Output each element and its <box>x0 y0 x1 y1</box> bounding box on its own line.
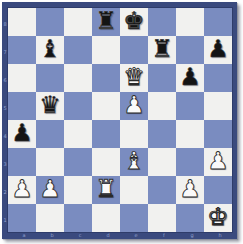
white-bishop-e3: ♝ <box>120 148 148 176</box>
square-f6 <box>148 64 176 92</box>
square-e7 <box>120 36 148 64</box>
square-h6 <box>204 64 232 92</box>
square-a4: ♟ <box>8 120 36 148</box>
square-e2 <box>120 176 148 204</box>
black-king-e8: ♚ <box>120 8 148 36</box>
square-e4 <box>120 120 148 148</box>
square-b2: ♟ <box>36 176 64 204</box>
square-f7: ♜ <box>148 36 176 64</box>
file-labels: abcdefgh <box>10 232 234 239</box>
black-pawn-h7: ♟ <box>204 36 232 64</box>
file-label-f: f <box>150 232 178 239</box>
square-d1 <box>92 204 120 232</box>
file-label-a: a <box>10 232 38 239</box>
square-d5 <box>92 92 120 120</box>
square-e1 <box>120 204 148 232</box>
square-c1 <box>64 204 92 232</box>
file-label-h: h <box>206 232 234 239</box>
black-pawn-a4: ♟ <box>8 120 36 148</box>
square-f4 <box>148 120 176 148</box>
square-c4 <box>64 120 92 148</box>
framed-chess-diagram: 87654321 abcdefgh ♜♚♝♜♟♛♟♛♟♟♝♟♟♟♜♟♚ <box>0 0 243 244</box>
square-a1 <box>8 204 36 232</box>
square-c7 <box>64 36 92 64</box>
square-b3 <box>36 148 64 176</box>
square-d3 <box>92 148 120 176</box>
file-label-b: b <box>38 232 66 239</box>
square-g4 <box>176 120 204 148</box>
white-pawn-e5: ♟ <box>120 92 148 120</box>
square-d2: ♜ <box>92 176 120 204</box>
square-c3 <box>64 148 92 176</box>
file-label-e: e <box>122 232 150 239</box>
square-g2: ♟ <box>176 176 204 204</box>
square-e5: ♟ <box>120 92 148 120</box>
square-h1: ♚ <box>204 204 232 232</box>
square-b4 <box>36 120 64 148</box>
square-b1 <box>36 204 64 232</box>
black-rook-f7: ♜ <box>148 36 176 64</box>
square-a5 <box>8 92 36 120</box>
square-b6 <box>36 64 64 92</box>
square-d6 <box>92 64 120 92</box>
square-c6 <box>64 64 92 92</box>
square-f1 <box>148 204 176 232</box>
square-h2 <box>204 176 232 204</box>
white-king-h1: ♚ <box>204 204 232 232</box>
white-pawn-h3: ♟ <box>204 148 232 176</box>
square-b5: ♛ <box>36 92 64 120</box>
square-a3 <box>8 148 36 176</box>
square-d8: ♜ <box>92 8 120 36</box>
square-g3 <box>176 148 204 176</box>
square-a7 <box>8 36 36 64</box>
square-f5 <box>148 92 176 120</box>
white-rook-d2: ♜ <box>92 176 120 204</box>
square-f3 <box>148 148 176 176</box>
square-f8 <box>148 8 176 36</box>
black-queen-b5: ♛ <box>36 92 64 120</box>
square-f2 <box>148 176 176 204</box>
square-g5 <box>176 92 204 120</box>
square-a8 <box>8 8 36 36</box>
file-label-d: d <box>94 232 122 239</box>
black-rook-d8: ♜ <box>92 8 120 36</box>
white-pawn-b2: ♟ <box>36 176 64 204</box>
square-h3: ♟ <box>204 148 232 176</box>
black-bishop-b7: ♝ <box>36 36 64 64</box>
square-b7: ♝ <box>36 36 64 64</box>
square-d4 <box>92 120 120 148</box>
square-a6 <box>8 64 36 92</box>
square-c5 <box>64 92 92 120</box>
square-d7 <box>92 36 120 64</box>
square-h7: ♟ <box>204 36 232 64</box>
square-h8 <box>204 8 232 36</box>
board-frame: 87654321 abcdefgh ♜♚♝♜♟♛♟♛♟♟♝♟♟♟♜♟♚ <box>2 2 237 239</box>
square-g8 <box>176 8 204 36</box>
square-e6: ♛ <box>120 64 148 92</box>
square-h5 <box>204 92 232 120</box>
white-pawn-g2: ♟ <box>176 176 204 204</box>
square-g1 <box>176 204 204 232</box>
square-e3: ♝ <box>120 148 148 176</box>
square-h4 <box>204 120 232 148</box>
file-label-g: g <box>178 232 206 239</box>
white-queen-e6: ♛ <box>120 64 148 92</box>
square-b8 <box>36 8 64 36</box>
square-c2 <box>64 176 92 204</box>
square-a2: ♟ <box>8 176 36 204</box>
white-pawn-a2: ♟ <box>8 176 36 204</box>
square-e8: ♚ <box>120 8 148 36</box>
square-g7 <box>176 36 204 64</box>
chess-board: ♜♚♝♜♟♛♟♛♟♟♝♟♟♟♜♟♚ <box>8 8 232 232</box>
black-pawn-g6: ♟ <box>176 64 204 92</box>
file-label-c: c <box>66 232 94 239</box>
square-c8 <box>64 8 92 36</box>
square-g6: ♟ <box>176 64 204 92</box>
